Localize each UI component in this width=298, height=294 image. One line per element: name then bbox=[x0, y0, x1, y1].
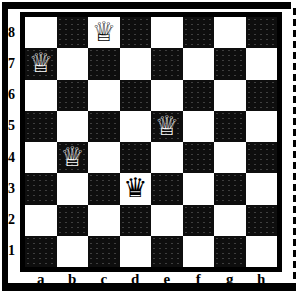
square-d5 bbox=[120, 111, 152, 142]
square-d2 bbox=[120, 205, 152, 236]
square-f6 bbox=[183, 80, 215, 111]
square-a7: ♕ bbox=[25, 48, 57, 79]
rank-label-5: 5 bbox=[4, 111, 19, 142]
white-queen-c8: ♕ bbox=[92, 18, 116, 45]
square-g7 bbox=[214, 48, 246, 79]
square-g1 bbox=[214, 236, 246, 267]
square-g5 bbox=[214, 111, 246, 142]
white-queen-e5: ♕ bbox=[155, 112, 179, 139]
square-c1 bbox=[88, 236, 120, 267]
square-h1 bbox=[246, 236, 278, 267]
square-h4 bbox=[246, 142, 278, 173]
rank-label-3: 3 bbox=[4, 173, 19, 204]
rank-label-7: 7 bbox=[4, 48, 19, 79]
square-c8: ♕ bbox=[88, 17, 120, 48]
square-d4 bbox=[120, 142, 152, 173]
square-e4 bbox=[151, 142, 183, 173]
rank-labels: 87654321 bbox=[4, 17, 19, 267]
black-queen-d3: ♛ bbox=[123, 174, 147, 201]
square-c3 bbox=[88, 173, 120, 204]
square-d7 bbox=[120, 48, 152, 79]
square-b4: ♕ bbox=[57, 142, 89, 173]
square-e8 bbox=[151, 17, 183, 48]
file-label-g: g bbox=[214, 270, 246, 288]
square-f3 bbox=[183, 173, 215, 204]
square-h7 bbox=[246, 48, 278, 79]
square-d6 bbox=[120, 80, 152, 111]
square-c5 bbox=[88, 111, 120, 142]
square-f2 bbox=[183, 205, 215, 236]
square-b2 bbox=[57, 205, 89, 236]
square-h6 bbox=[246, 80, 278, 111]
square-e1 bbox=[151, 236, 183, 267]
square-d8 bbox=[120, 17, 152, 48]
file-label-d: d bbox=[120, 270, 152, 288]
square-c6 bbox=[88, 80, 120, 111]
chess-board-border: ♕♕♕♕♛ bbox=[20, 12, 282, 272]
file-labels: abcdefgh bbox=[25, 270, 277, 288]
page-frame-right bbox=[293, 8, 296, 282]
square-g4 bbox=[214, 142, 246, 173]
square-d1 bbox=[120, 236, 152, 267]
square-a1 bbox=[25, 236, 57, 267]
square-g6 bbox=[214, 80, 246, 111]
file-label-b: b bbox=[57, 270, 89, 288]
square-a6 bbox=[25, 80, 57, 111]
square-b1 bbox=[57, 236, 89, 267]
square-e6 bbox=[151, 80, 183, 111]
rank-label-4: 4 bbox=[4, 142, 19, 173]
rank-label-1: 1 bbox=[4, 236, 19, 267]
square-e2 bbox=[151, 205, 183, 236]
white-queen-b4: ♕ bbox=[60, 143, 84, 170]
square-a5 bbox=[25, 111, 57, 142]
square-b6 bbox=[57, 80, 89, 111]
square-a8 bbox=[25, 17, 57, 48]
file-label-c: c bbox=[88, 270, 120, 288]
square-g3 bbox=[214, 173, 246, 204]
square-a3 bbox=[25, 173, 57, 204]
square-f8 bbox=[183, 17, 215, 48]
rank-label-6: 6 bbox=[4, 80, 19, 111]
page-frame-top bbox=[7, 2, 291, 9]
square-a2 bbox=[25, 205, 57, 236]
file-label-h: h bbox=[246, 270, 278, 288]
square-h3 bbox=[246, 173, 278, 204]
square-e5: ♕ bbox=[151, 111, 183, 142]
square-f7 bbox=[183, 48, 215, 79]
square-f5 bbox=[183, 111, 215, 142]
rank-label-8: 8 bbox=[4, 17, 19, 48]
chess-board: ♕♕♕♕♛ bbox=[25, 17, 277, 267]
square-b7 bbox=[57, 48, 89, 79]
white-queen-a7: ♕ bbox=[29, 49, 53, 76]
square-h2 bbox=[246, 205, 278, 236]
square-a4 bbox=[25, 142, 57, 173]
square-b8 bbox=[57, 17, 89, 48]
file-label-a: a bbox=[25, 270, 57, 288]
square-b3 bbox=[57, 173, 89, 204]
square-h5 bbox=[246, 111, 278, 142]
square-d3: ♛ bbox=[120, 173, 152, 204]
square-b5 bbox=[57, 111, 89, 142]
file-label-e: e bbox=[151, 270, 183, 288]
file-label-f: f bbox=[183, 270, 215, 288]
rank-label-2: 2 bbox=[4, 205, 19, 236]
square-c2 bbox=[88, 205, 120, 236]
square-e7 bbox=[151, 48, 183, 79]
square-g8 bbox=[214, 17, 246, 48]
square-h8 bbox=[246, 17, 278, 48]
square-f1 bbox=[183, 236, 215, 267]
square-e3 bbox=[151, 173, 183, 204]
square-c7 bbox=[88, 48, 120, 79]
square-f4 bbox=[183, 142, 215, 173]
square-g2 bbox=[214, 205, 246, 236]
square-c4 bbox=[88, 142, 120, 173]
